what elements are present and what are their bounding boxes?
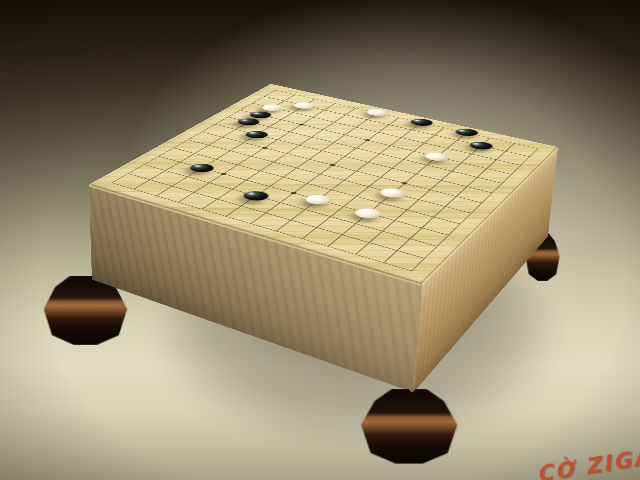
stone-white [293, 102, 315, 108]
goban-scene [0, 0, 640, 480]
stone-black [454, 129, 480, 136]
hoshi-point [329, 164, 336, 167]
hoshi-point [365, 212, 372, 215]
rendered-scene: CỜ ZIGA [0, 0, 640, 480]
hoshi-point [220, 172, 227, 175]
stone-black [237, 119, 259, 126]
hoshi-point [364, 139, 371, 142]
stone-black [243, 191, 269, 200]
stone-white [366, 109, 390, 116]
hoshi-point [299, 123, 305, 125]
hoshi-point [402, 182, 409, 185]
stone-white [424, 153, 451, 161]
stone-black [250, 111, 272, 118]
stone-white [380, 189, 408, 198]
stone-black [409, 119, 434, 126]
stone-black [245, 131, 268, 138]
stone-white [262, 104, 284, 110]
hoshi-point [262, 147, 269, 150]
stone-black [468, 142, 495, 150]
goban [90, 123, 553, 338]
hoshi-point [290, 191, 297, 194]
stone-white [305, 195, 332, 204]
